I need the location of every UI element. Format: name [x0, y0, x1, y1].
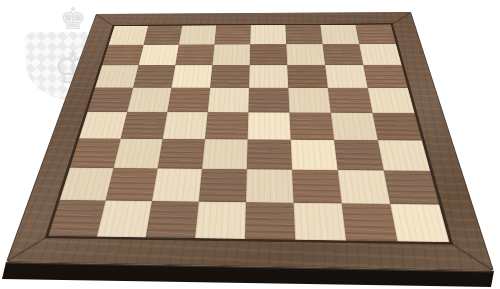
square-g8	[320, 25, 359, 44]
square-c6	[171, 65, 212, 88]
square-c8	[179, 25, 216, 44]
square-f1	[294, 203, 347, 241]
square-g4	[331, 113, 378, 141]
square-e5	[248, 88, 289, 113]
square-d8	[214, 25, 250, 44]
miter-joint-bottom-left	[7, 235, 49, 261]
square-a2	[60, 168, 114, 201]
square-d5	[208, 88, 249, 113]
square-a7	[102, 45, 144, 66]
miter-joint-bottom-right	[449, 241, 493, 270]
square-b2	[106, 168, 158, 201]
square-f4	[289, 113, 334, 140]
square-c1	[146, 201, 199, 238]
square-f6	[287, 65, 328, 88]
square-h2	[384, 170, 440, 204]
square-d4	[205, 112, 248, 139]
square-b8	[144, 26, 183, 45]
square-f8	[285, 25, 322, 44]
crown-icon: ♚	[60, 4, 87, 34]
square-e4	[248, 112, 291, 139]
square-a3	[70, 138, 121, 168]
square-f5	[288, 88, 331, 113]
square-g2	[338, 170, 391, 204]
square-e8	[250, 25, 286, 44]
square-f3	[291, 140, 338, 170]
square-g5	[328, 88, 373, 113]
square-h3	[378, 140, 430, 171]
square-d6	[210, 65, 250, 88]
square-b1	[97, 201, 152, 238]
square-g7	[323, 44, 364, 65]
square-c3	[158, 139, 205, 169]
square-g3	[334, 140, 384, 170]
square-h7	[359, 44, 401, 65]
square-e1	[245, 202, 295, 239]
square-g1	[342, 203, 398, 241]
square-b5	[127, 88, 171, 113]
square-d7	[212, 44, 250, 65]
square-a6	[95, 65, 139, 87]
square-e3	[247, 139, 292, 169]
square-b6	[133, 65, 175, 87]
miter-joint-top-left	[96, 14, 115, 26]
square-a4	[79, 112, 127, 139]
square-e2	[246, 169, 294, 203]
square-d2	[199, 169, 247, 202]
square-h8	[355, 24, 396, 44]
square-c4	[163, 112, 208, 139]
square-b4	[121, 112, 168, 139]
square-e6	[249, 65, 288, 88]
square-c7	[175, 44, 214, 65]
square-h6	[363, 65, 408, 88]
board-grid	[45, 23, 454, 244]
square-c2	[152, 168, 202, 201]
square-f7	[286, 44, 325, 65]
square-a8	[109, 26, 149, 45]
square-b3	[114, 139, 163, 169]
square-h4	[372, 113, 421, 141]
chessboard-product-photo: ♚ ♔	[0, 0, 500, 289]
square-d1	[195, 202, 246, 239]
square-h5	[368, 88, 415, 113]
square-f2	[292, 170, 342, 204]
square-e7	[250, 44, 288, 65]
square-g6	[325, 65, 368, 88]
square-a5	[87, 88, 133, 112]
square-h1	[390, 204, 449, 242]
square-b7	[139, 45, 179, 66]
square-d3	[202, 139, 248, 169]
square-c5	[167, 88, 210, 113]
miter-joint-top-right	[390, 12, 411, 25]
